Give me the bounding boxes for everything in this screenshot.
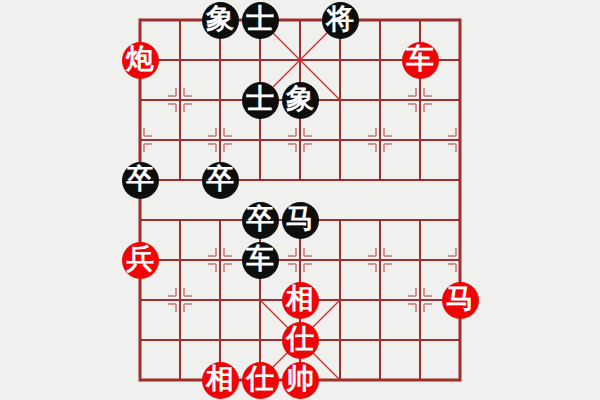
board-point: 炮 <box>120 40 160 80</box>
black-elephant-piece[interactable]: 象 <box>202 2 239 39</box>
black-general-piece[interactable]: 将 <box>322 2 359 39</box>
board-point: 仕 <box>240 360 280 400</box>
black-soldier-piece[interactable]: 卒 <box>122 162 159 199</box>
xiangqi-board: 象士将炮车士象卒卒卒马兵车相马仕相仕帅 <box>0 0 600 400</box>
black-chariot-piece[interactable]: 车 <box>242 242 279 279</box>
board-point: 象 <box>200 0 240 40</box>
black-advisor-piece[interactable]: 士 <box>242 2 279 39</box>
red-advisor-piece[interactable]: 仕 <box>242 362 279 399</box>
red-elephant-piece[interactable]: 相 <box>282 282 319 319</box>
board-point: 仕 <box>280 320 320 360</box>
red-general-piece[interactable]: 帅 <box>282 362 319 399</box>
board-point: 相 <box>200 360 240 400</box>
board-point: 相 <box>280 280 320 320</box>
board-point: 马 <box>440 280 480 320</box>
board-point: 象 <box>280 80 320 120</box>
red-soldier-piece[interactable]: 兵 <box>122 242 159 279</box>
board-point: 士 <box>240 0 280 40</box>
board-point: 士 <box>240 80 280 120</box>
board-point: 卒 <box>240 200 280 240</box>
black-soldier-piece[interactable]: 卒 <box>242 202 279 239</box>
board-point: 卒 <box>200 160 240 200</box>
red-chariot-piece[interactable]: 车 <box>402 42 439 79</box>
board-point: 兵 <box>120 240 160 280</box>
pieces-grid: 象士将炮车士象卒卒卒马兵车相马仕相仕帅 <box>120 0 480 400</box>
black-horse-piece[interactable]: 马 <box>282 202 319 239</box>
board-point: 卒 <box>120 160 160 200</box>
board-point: 车 <box>400 40 440 80</box>
black-soldier-piece[interactable]: 卒 <box>202 162 239 199</box>
black-elephant-piece[interactable]: 象 <box>282 82 319 119</box>
red-cannon-piece[interactable]: 炮 <box>122 42 159 79</box>
board-point: 车 <box>240 240 280 280</box>
board-point: 帅 <box>280 360 320 400</box>
red-horse-piece[interactable]: 马 <box>442 282 479 319</box>
board-point: 将 <box>320 0 360 40</box>
red-elephant-piece[interactable]: 相 <box>202 362 239 399</box>
red-advisor-piece[interactable]: 仕 <box>282 322 319 359</box>
black-advisor-piece[interactable]: 士 <box>242 82 279 119</box>
board-point: 马 <box>280 200 320 240</box>
